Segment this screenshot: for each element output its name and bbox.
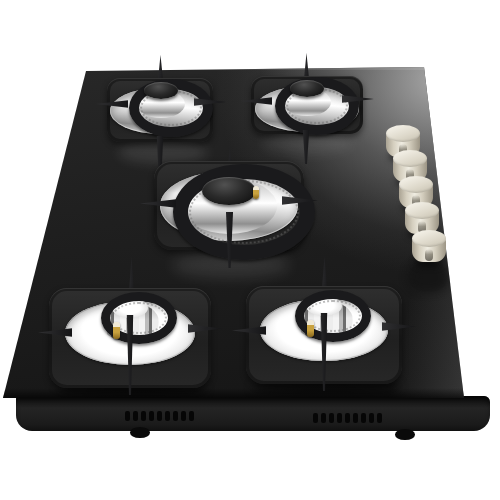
vent-slot (313, 413, 318, 423)
knob-grip-notch (425, 249, 433, 261)
vent-slot (125, 411, 130, 421)
knob-top-face (399, 176, 433, 193)
vent-slot (369, 413, 374, 423)
ignition-electrode (113, 322, 120, 339)
support-foot-right (395, 429, 415, 440)
ignition-electrode (307, 320, 314, 337)
vent-slot (133, 411, 138, 421)
hob-chassis-front (16, 396, 490, 431)
product-photo (0, 0, 500, 500)
vent-slot (377, 413, 382, 423)
vent-slot (173, 411, 178, 421)
burner-cap (290, 80, 324, 97)
vent-slot (181, 411, 186, 421)
vent-slot (149, 411, 154, 421)
support-foot-left (130, 427, 150, 438)
vent-slot (141, 411, 146, 421)
vent-slot (361, 413, 366, 423)
vent-slot (321, 413, 326, 423)
knob-top-face (412, 230, 446, 247)
knob-top-face (405, 202, 439, 219)
vent-slot (189, 411, 194, 421)
burner-cap (202, 177, 256, 205)
ignition-electrode (253, 186, 259, 199)
vent-slot (157, 411, 162, 421)
vent-slot (165, 411, 170, 421)
knob-top-face (386, 125, 420, 142)
vent-slot (353, 413, 358, 423)
vent-slot (337, 413, 342, 423)
vent-grille-left (125, 411, 194, 421)
knob-top-face (393, 150, 427, 167)
vent-grille-right (313, 413, 382, 423)
control-knob-5 (412, 230, 446, 266)
vent-slot (329, 413, 334, 423)
vent-slot (345, 413, 350, 423)
burner-cap (144, 82, 178, 99)
